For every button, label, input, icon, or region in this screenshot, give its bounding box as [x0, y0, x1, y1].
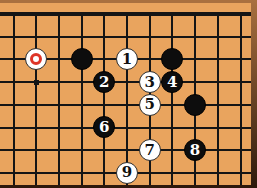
- stone-white-move-1: 1: [116, 48, 138, 70]
- stone-black-F17: [71, 48, 93, 70]
- star-point-D16: [34, 80, 39, 85]
- stones-layer: 123456789: [2, 3, 252, 185]
- move-number-label: 3: [144, 74, 154, 89]
- stone-white-move-3: 3: [139, 71, 161, 93]
- go-board-diagram: 123456789: [0, 0, 257, 188]
- stone-white-move-5: 5: [139, 94, 161, 116]
- frame-right-border: [251, 0, 257, 188]
- move-number-label: 7: [144, 142, 154, 157]
- move-number-label: 2: [99, 74, 109, 89]
- move-number-label: 9: [122, 165, 132, 180]
- stone-white-D17: [25, 48, 47, 70]
- move-number-label: 1: [122, 51, 132, 66]
- stone-black-move-4: 4: [161, 71, 183, 93]
- stone-black-move-6: 6: [93, 116, 115, 138]
- circle-marker-icon: [30, 53, 42, 65]
- stone-white-move-7: 7: [139, 139, 161, 161]
- move-number-label: 6: [99, 119, 109, 134]
- stone-black-L15: [184, 94, 206, 116]
- stone-black-K17: [161, 48, 183, 70]
- stone-black-move-8: 8: [184, 139, 206, 161]
- stone-black-move-2: 2: [93, 71, 115, 93]
- frame-bottom-border: [0, 185, 257, 188]
- move-number-label: 5: [144, 97, 154, 112]
- move-number-label: 8: [190, 142, 200, 157]
- stone-white-move-9: 9: [116, 162, 138, 184]
- move-number-label: 4: [167, 74, 177, 89]
